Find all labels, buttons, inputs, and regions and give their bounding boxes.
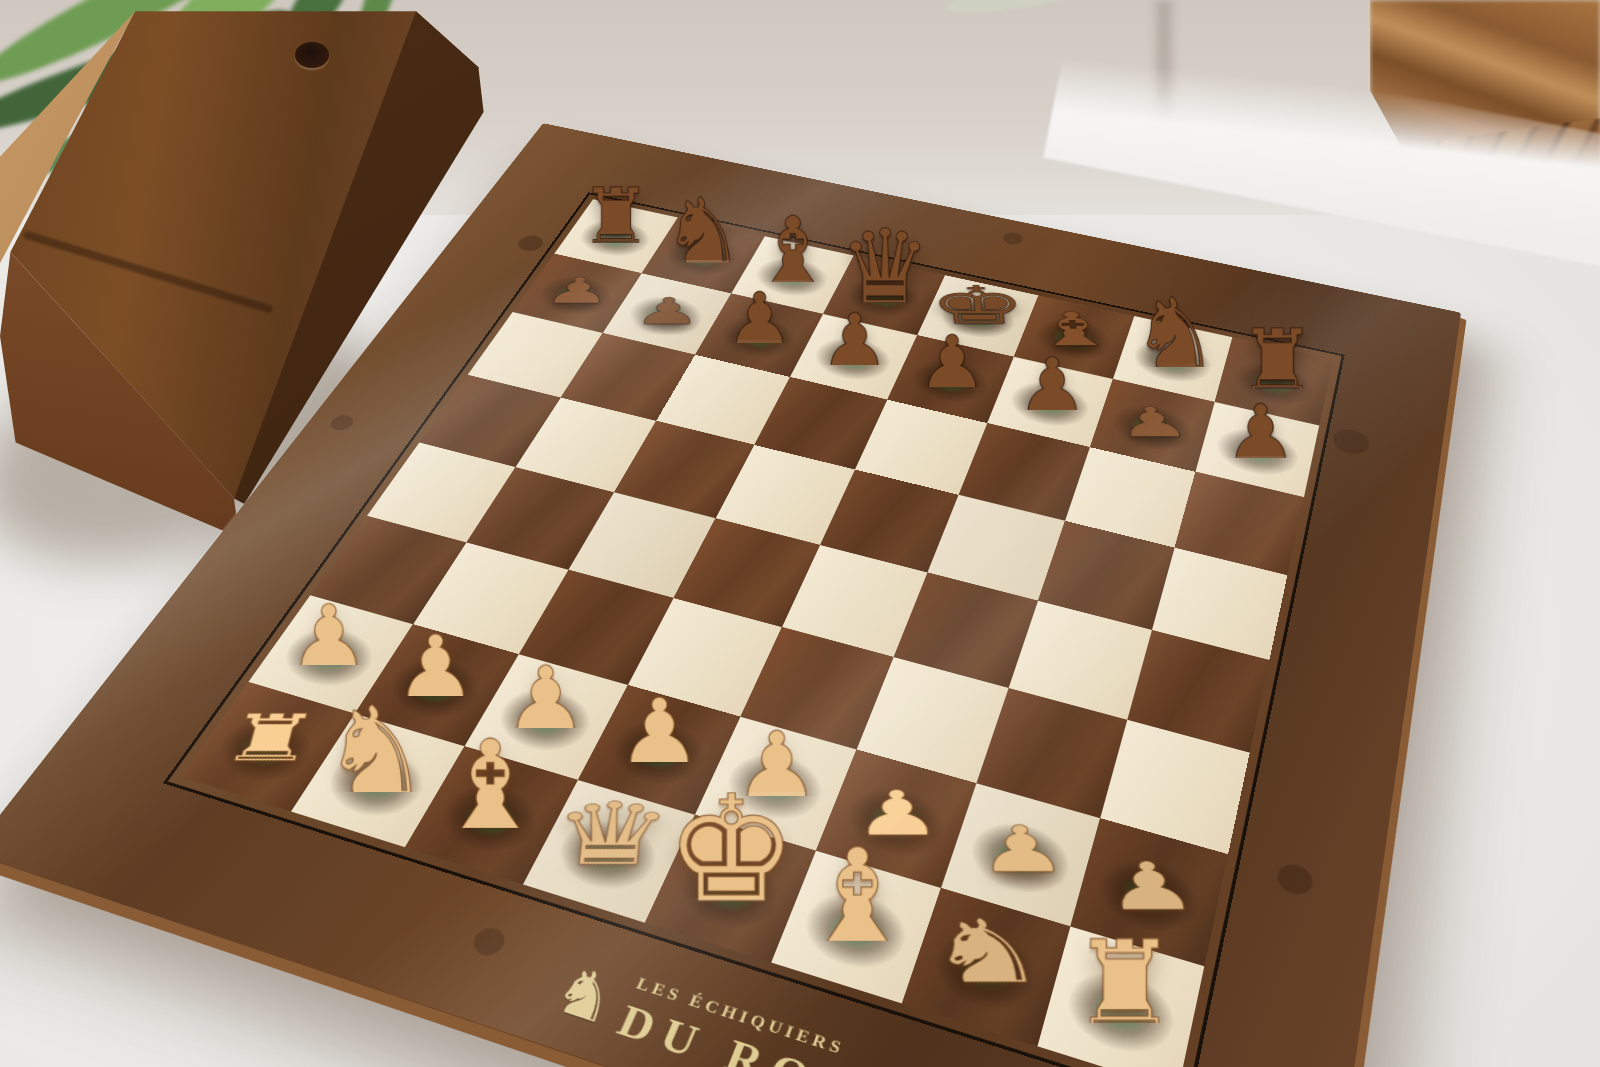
logo-line2: DU ROI — [610, 994, 856, 1067]
square-g6[interactable] — [1065, 447, 1195, 547]
piece-white-bishop-c1[interactable]: ♝ — [416, 676, 565, 848]
piece-black-pawn-f7[interactable]: ♟ — [992, 288, 1113, 427]
square-h7[interactable]: ♟ — [1195, 402, 1319, 497]
box-finger-hole-icon — [295, 42, 329, 68]
piece-white-bishop-f1[interactable]: ♝ — [779, 781, 936, 962]
scene: ♜♞♝♛♚♝♞♜♟♟♟♟♟♟♟♟♟♟♟♟♟♟♟♟♜♞♝♛♚♝♞♜ ♞ LES É… — [0, 0, 1600, 1067]
square-h1[interactable]: ♜ — [1037, 927, 1204, 1067]
knight-rider-icon: ♞ — [543, 956, 629, 1035]
piece-white-rook-h1[interactable]: ♜ — [1043, 857, 1206, 1045]
square-e4[interactable] — [782, 545, 927, 657]
piece-black-pawn-h7[interactable]: ♟ — [1199, 332, 1323, 475]
